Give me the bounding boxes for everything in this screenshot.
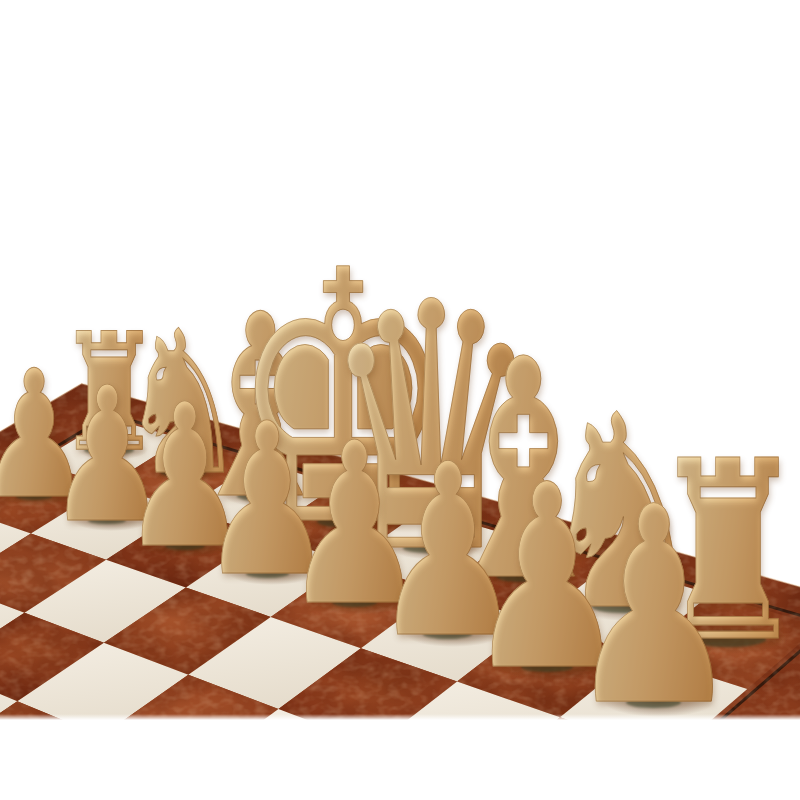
photo-bottom-crop [0,714,800,800]
piece-white-pawn[interactable]: ♟ [556,472,752,744]
pieces-layer: ♜♞♝♟♟♚♟♛♟♝♟♞♟♜♟♟ [0,0,800,800]
chess-set-photo: ♜♞♝♟♟♚♟♛♟♝♟♞♟♜♟♟ [0,0,800,800]
